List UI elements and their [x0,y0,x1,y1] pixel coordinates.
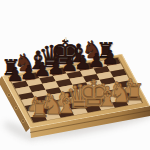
king-finial [64,37,66,41]
pieces-layer: ♜♞♝♛♚♝♞♜♟♟♟♟♟♟♟♟♟♟♟♟♟♟♟♟♜♞♝♛♚♝♞♜ [0,0,150,150]
piece-white-rook-h1: ♜ [124,81,145,104]
piece-black-pawn-h7: ♟ [101,48,118,67]
product-photo: ♜♞♝♛♚♝♞♜♟♟♟♟♟♟♟♟♟♟♟♟♟♟♟♟♜♞♝♛♚♝♞♜ [0,0,150,150]
